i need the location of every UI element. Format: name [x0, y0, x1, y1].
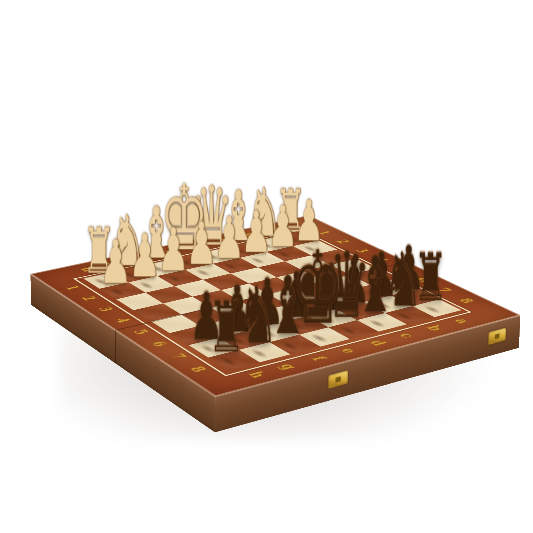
- white-pawn-g2[interactable]: ♟: [129, 226, 161, 286]
- white-pawn-h2[interactable]: ♟: [99, 232, 131, 293]
- white-pawn-f2[interactable]: ♟: [157, 220, 189, 279]
- chess-board: 12345678 12345678 abcdefgh abcdefgh ♜♟♟♜…: [30, 215, 520, 396]
- brass-clasp-icon: [329, 370, 349, 389]
- folding-chess-box: 12345678 12345678 abcdefgh abcdefgh ♜♟♟♜…: [30, 215, 520, 396]
- box-fold-seam: [115, 330, 116, 364]
- white-pawn-e2[interactable]: ♟: [186, 214, 217, 273]
- product-photo-stage: 12345678 12345678 abcdefgh abcdefgh ♜♟♟♜…: [0, 0, 533, 533]
- white-pawn-c2[interactable]: ♟: [241, 203, 272, 261]
- white-pawn-d2[interactable]: ♟: [213, 209, 244, 267]
- scene: 12345678 12345678 abcdefgh abcdefgh ♜♟♟♜…: [0, 0, 533, 533]
- brass-clasp-icon: [488, 328, 506, 345]
- black-rook-h8[interactable]: ♜: [208, 292, 245, 362]
